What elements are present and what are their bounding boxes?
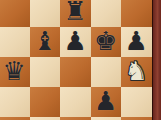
square-h8[interactable]: [121, 0, 152, 27]
black-pawn[interactable]: ♟: [121, 27, 152, 57]
square-e8[interactable]: [30, 0, 61, 27]
square-g8[interactable]: [91, 0, 122, 27]
square-d5[interactable]: [0, 87, 30, 117]
square-e7[interactable]: ♝: [30, 27, 61, 57]
chess-board-viewport: ♜♝♟♚♟♛♞♟: [0, 0, 160, 120]
black-queen[interactable]: ♛: [0, 57, 30, 87]
square-f5[interactable]: [60, 87, 91, 117]
square-h5[interactable]: [121, 87, 152, 117]
square-d7[interactable]: [0, 27, 30, 57]
square-h6[interactable]: ♞: [121, 57, 152, 87]
board-frame-right: [152, 0, 161, 120]
black-pawn[interactable]: ♟: [60, 27, 91, 57]
square-d4[interactable]: [0, 117, 30, 120]
square-f6[interactable]: [60, 57, 91, 87]
white-knight[interactable]: ♞: [121, 57, 152, 87]
square-e6[interactable]: [30, 57, 61, 87]
square-g7[interactable]: ♚: [91, 27, 122, 57]
black-king[interactable]: ♚: [91, 27, 122, 57]
square-d8[interactable]: [0, 0, 30, 27]
square-f4[interactable]: [60, 117, 91, 120]
black-pawn[interactable]: ♟: [91, 87, 122, 117]
square-g4[interactable]: [91, 117, 122, 120]
square-e4[interactable]: [30, 117, 61, 120]
chess-board: ♜♝♟♚♟♛♞♟: [0, 0, 152, 120]
black-bishop[interactable]: ♝: [30, 27, 61, 57]
square-d6[interactable]: ♛: [0, 57, 30, 87]
square-f7[interactable]: ♟: [60, 27, 91, 57]
square-f8[interactable]: ♜: [60, 0, 91, 27]
square-e5[interactable]: [30, 87, 61, 117]
square-g5[interactable]: ♟: [91, 87, 122, 117]
square-g6[interactable]: [91, 57, 122, 87]
square-h4[interactable]: [121, 117, 152, 120]
black-rook[interactable]: ♜: [60, 0, 91, 27]
square-h7[interactable]: ♟: [121, 27, 152, 57]
